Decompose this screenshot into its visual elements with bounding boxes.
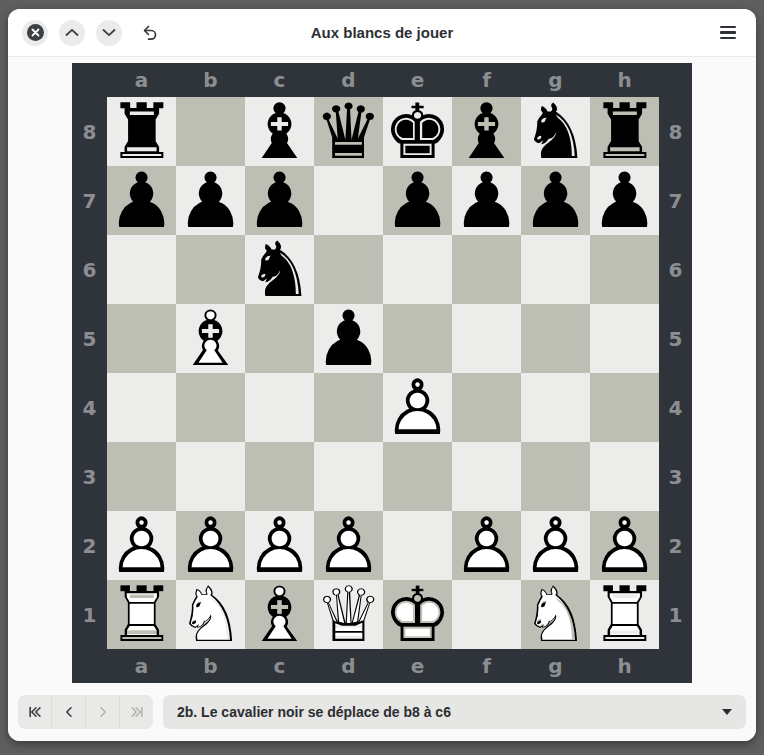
history-bar: 2b. Le cavalier noir se déplace de b8 à … (8, 683, 756, 741)
square-e4[interactable]: ♟♙ (383, 373, 452, 442)
pawn-promotion-up-button[interactable] (59, 20, 85, 46)
pawn-promotion-down-button[interactable] (96, 20, 122, 46)
rank-label-4-right: 4 (659, 373, 692, 442)
chess-app-window: Aux blancs de jouer abcdefgh8♜♝♛♚♝♞♜87♟♟… (8, 9, 756, 741)
rank-label-6-left: 6 (72, 235, 107, 304)
square-e1[interactable]: ♚♔ (383, 580, 452, 649)
square-c5[interactable] (245, 304, 314, 373)
square-a6[interactable] (107, 235, 176, 304)
square-d8[interactable]: ♛ (314, 97, 383, 166)
piece-outline: ♖ (107, 580, 176, 649)
go-last-icon (129, 704, 145, 720)
white-bishop[interactable]: ♝♗ (245, 580, 314, 649)
square-g7[interactable]: ♟ (521, 166, 590, 235)
square-h4[interactable] (590, 373, 659, 442)
file-label-f-bottom: f (452, 649, 521, 683)
rank-label-5-right: 5 (659, 304, 692, 373)
rank-label-7-right: 7 (659, 166, 692, 235)
rank-label-1-right: 1 (659, 580, 692, 649)
piece-outline: ♗ (245, 580, 314, 649)
square-a4[interactable] (107, 373, 176, 442)
white-pawn[interactable]: ♟♙ (383, 373, 452, 442)
piece-glyph: ♟ (590, 166, 659, 235)
black-pawn[interactable]: ♟ (107, 166, 176, 235)
board-corner (659, 63, 692, 97)
black-pawn[interactable]: ♟ (176, 166, 245, 235)
piece-glyph: ♟ (314, 304, 383, 373)
square-f1[interactable] (452, 580, 521, 649)
square-g4[interactable] (521, 373, 590, 442)
header-bar: Aux blancs de jouer (8, 9, 756, 57)
history-next-button (86, 695, 120, 729)
piece-outline: ♙ (383, 373, 452, 442)
square-f7[interactable]: ♟ (452, 166, 521, 235)
square-e3[interactable] (383, 442, 452, 511)
square-c4[interactable] (245, 373, 314, 442)
rank-label-3-left: 3 (72, 442, 107, 511)
rank-label-2-right: 2 (659, 511, 692, 580)
piece-outline: ♘ (521, 580, 590, 649)
chess-board: abcdefgh8♜♝♛♚♝♞♜87♟♟♟♟♟♟♟76♞65♝♗♟54♟♙433… (72, 63, 692, 683)
history-nav-group (18, 695, 153, 729)
square-f6[interactable] (452, 235, 521, 304)
close-circle-icon (27, 24, 44, 41)
square-h6[interactable] (590, 235, 659, 304)
square-c1[interactable]: ♝♗ (245, 580, 314, 649)
square-a1[interactable]: ♜♖ (107, 580, 176, 649)
dropdown-caret-icon (722, 709, 732, 715)
board-area: abcdefgh8♜♝♛♚♝♞♜87♟♟♟♟♟♟♟76♞65♝♗♟54♟♙433… (8, 57, 756, 683)
black-pawn[interactable]: ♟ (452, 166, 521, 235)
square-e6[interactable] (383, 235, 452, 304)
piece-glyph: ♞ (245, 235, 314, 304)
square-b5[interactable]: ♝♗ (176, 304, 245, 373)
white-queen[interactable]: ♛♕ (314, 580, 383, 649)
file-label-b-top: b (176, 63, 245, 97)
square-b4[interactable] (176, 373, 245, 442)
undo-move-button[interactable] (137, 20, 163, 46)
piece-outline: ♙ (452, 511, 521, 580)
move-description: 2b. Le cavalier noir se déplace de b8 à … (177, 704, 451, 720)
go-first-icon (27, 704, 43, 720)
piece-outline: ♘ (176, 580, 245, 649)
white-knight[interactable]: ♞♘ (176, 580, 245, 649)
rank-label-8-right: 8 (659, 97, 692, 166)
rank-label-2-left: 2 (72, 511, 107, 580)
piece-glyph: ♟ (176, 166, 245, 235)
hamburger-menu-button[interactable] (714, 19, 742, 47)
history-first-button[interactable] (18, 695, 52, 729)
square-d4[interactable] (314, 373, 383, 442)
white-pawn[interactable]: ♟♙ (452, 511, 521, 580)
white-rook[interactable]: ♜♖ (590, 580, 659, 649)
square-c6[interactable]: ♞ (245, 235, 314, 304)
square-d5[interactable]: ♟ (314, 304, 383, 373)
square-f4[interactable] (452, 373, 521, 442)
close-game-button[interactable] (22, 20, 48, 46)
square-b1[interactable]: ♞♘ (176, 580, 245, 649)
square-b7[interactable]: ♟ (176, 166, 245, 235)
black-pawn[interactable]: ♟ (521, 166, 590, 235)
black-knight[interactable]: ♞ (245, 235, 314, 304)
piece-glyph: ♟ (383, 166, 452, 235)
white-king[interactable]: ♚♔ (383, 580, 452, 649)
black-pawn[interactable]: ♟ (314, 304, 383, 373)
history-previous-button[interactable] (52, 695, 86, 729)
square-a5[interactable] (107, 304, 176, 373)
square-g1[interactable]: ♞♘ (521, 580, 590, 649)
rank-label-4-left: 4 (72, 373, 107, 442)
square-h7[interactable]: ♟ (590, 166, 659, 235)
piece-glyph: ♟ (452, 166, 521, 235)
go-next-icon (95, 704, 111, 720)
rank-label-6-right: 6 (659, 235, 692, 304)
piece-glyph: ♛ (314, 97, 383, 166)
rank-label-1-left: 1 (72, 580, 107, 649)
board-corner (72, 649, 107, 683)
square-g5[interactable] (521, 304, 590, 373)
rank-label-5-left: 5 (72, 304, 107, 373)
white-rook[interactable]: ♜♖ (107, 580, 176, 649)
white-bishop[interactable]: ♝♗ (176, 304, 245, 373)
black-queen[interactable]: ♛ (314, 97, 383, 166)
move-history-dropdown[interactable]: 2b. Le cavalier noir se déplace de b8 à … (163, 695, 746, 729)
history-last-button (120, 695, 153, 729)
piece-outline: ♕ (314, 580, 383, 649)
chevron-up-icon (65, 28, 79, 37)
square-h5[interactable] (590, 304, 659, 373)
square-d1[interactable]: ♛♕ (314, 580, 383, 649)
square-g6[interactable] (521, 235, 590, 304)
square-d7[interactable] (314, 166, 383, 235)
rank-label-7-left: 7 (72, 166, 107, 235)
piece-outline: ♖ (590, 580, 659, 649)
board-corner (72, 63, 107, 97)
piece-glyph: ♟ (521, 166, 590, 235)
square-e7[interactable]: ♟ (383, 166, 452, 235)
undo-icon (141, 24, 159, 42)
piece-glyph: ♟ (107, 166, 176, 235)
white-knight[interactable]: ♞♘ (521, 580, 590, 649)
rank-label-8-left: 8 (72, 97, 107, 166)
square-a7[interactable]: ♟ (107, 166, 176, 235)
square-f5[interactable] (452, 304, 521, 373)
piece-outline: ♔ (383, 580, 452, 649)
black-pawn[interactable]: ♟ (383, 166, 452, 235)
rank-label-3-right: 3 (659, 442, 692, 511)
square-f2[interactable]: ♟♙ (452, 511, 521, 580)
square-h1[interactable]: ♜♖ (590, 580, 659, 649)
go-previous-icon (61, 704, 77, 720)
board-corner (659, 649, 692, 683)
chevron-down-icon (102, 28, 116, 37)
piece-outline: ♗ (176, 304, 245, 373)
black-pawn[interactable]: ♟ (590, 166, 659, 235)
